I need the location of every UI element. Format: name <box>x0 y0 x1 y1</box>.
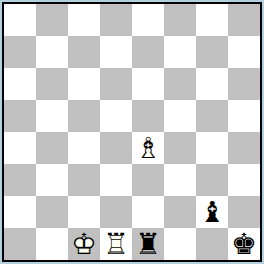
square-e8 <box>132 4 164 36</box>
square-a4 <box>4 132 36 164</box>
square-b3 <box>36 164 68 196</box>
square-b5 <box>36 100 68 132</box>
square-f4 <box>164 132 196 164</box>
square-c1: ♚♔ <box>68 228 100 260</box>
square-h8 <box>228 4 260 36</box>
chess-board: ♝♗♝♚♔♜♖♜♚ <box>4 4 260 260</box>
white-bishop-e4: ♝♗ <box>132 132 164 164</box>
square-h3 <box>228 164 260 196</box>
square-e6 <box>132 68 164 100</box>
square-g3 <box>196 164 228 196</box>
square-a8 <box>4 4 36 36</box>
square-h1: ♚ <box>228 228 260 260</box>
square-g6 <box>196 68 228 100</box>
black-rook-e1: ♜ <box>132 228 164 260</box>
square-e3 <box>132 164 164 196</box>
square-g8 <box>196 4 228 36</box>
square-a3 <box>4 164 36 196</box>
square-e1: ♜ <box>132 228 164 260</box>
square-f7 <box>164 36 196 68</box>
black-king-h1: ♚ <box>228 228 260 260</box>
square-h6 <box>228 68 260 100</box>
white-rook-d1: ♜♖ <box>100 228 132 260</box>
square-e2 <box>132 196 164 228</box>
square-h2 <box>228 196 260 228</box>
square-g2: ♝ <box>196 196 228 228</box>
square-c8 <box>68 4 100 36</box>
square-b6 <box>36 68 68 100</box>
square-d8 <box>100 4 132 36</box>
square-b4 <box>36 132 68 164</box>
square-f6 <box>164 68 196 100</box>
chess-diagram: ♝♗♝♚♔♜♖♜♚ <box>0 0 264 264</box>
square-c3 <box>68 164 100 196</box>
square-b8 <box>36 4 68 36</box>
square-g4 <box>196 132 228 164</box>
piece-outline-layer: ♖ <box>100 228 132 260</box>
square-f3 <box>164 164 196 196</box>
square-f2 <box>164 196 196 228</box>
square-c6 <box>68 68 100 100</box>
square-a2 <box>4 196 36 228</box>
square-d7 <box>100 36 132 68</box>
square-g5 <box>196 100 228 132</box>
square-g7 <box>196 36 228 68</box>
square-e4: ♝♗ <box>132 132 164 164</box>
square-a6 <box>4 68 36 100</box>
square-b7 <box>36 36 68 68</box>
square-h7 <box>228 36 260 68</box>
square-a7 <box>4 36 36 68</box>
square-d1: ♜♖ <box>100 228 132 260</box>
square-c2 <box>68 196 100 228</box>
square-a5 <box>4 100 36 132</box>
square-e5 <box>132 100 164 132</box>
square-f8 <box>164 4 196 36</box>
piece-glyph: ♚ <box>228 228 260 260</box>
square-a1 <box>4 228 36 260</box>
square-c5 <box>68 100 100 132</box>
piece-outline-layer: ♔ <box>68 228 100 260</box>
square-b1 <box>36 228 68 260</box>
square-g1 <box>196 228 228 260</box>
square-d3 <box>100 164 132 196</box>
board-border: ♝♗♝♚♔♜♖♜♚ <box>2 2 262 262</box>
square-c4 <box>68 132 100 164</box>
square-f1 <box>164 228 196 260</box>
square-e7 <box>132 36 164 68</box>
square-b2 <box>36 196 68 228</box>
piece-outline-layer: ♗ <box>132 132 164 164</box>
square-d4 <box>100 132 132 164</box>
square-c7 <box>68 36 100 68</box>
square-h5 <box>228 100 260 132</box>
piece-glyph: ♝ <box>196 196 228 228</box>
white-king-c1: ♚♔ <box>68 228 100 260</box>
square-d2 <box>100 196 132 228</box>
square-d5 <box>100 100 132 132</box>
square-h4 <box>228 132 260 164</box>
piece-glyph: ♜ <box>132 228 164 260</box>
square-d6 <box>100 68 132 100</box>
black-bishop-g2: ♝ <box>196 196 228 228</box>
square-f5 <box>164 100 196 132</box>
